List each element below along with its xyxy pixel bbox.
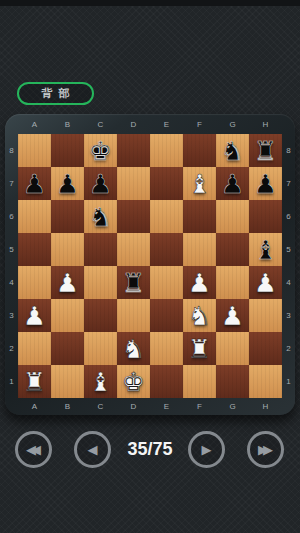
square-h4[interactable]: ♟	[249, 266, 282, 299]
file-label-d: D	[117, 114, 150, 134]
file-label-g: G	[216, 114, 249, 134]
back-button[interactable]: 背部	[17, 82, 94, 105]
file-label-e: E	[150, 114, 183, 134]
fast-forward-button[interactable]: ▶▶	[247, 431, 284, 468]
square-f7[interactable]: ♝	[183, 167, 216, 200]
square-e2[interactable]	[150, 332, 183, 365]
piece-black-pawn-h7: ♟	[254, 171, 277, 197]
square-a8[interactable]	[18, 134, 51, 167]
square-c8[interactable]: ♚	[84, 134, 117, 167]
rank-label-8: 8	[5, 134, 18, 167]
square-h1[interactable]	[249, 365, 282, 398]
square-c1[interactable]: ♝	[84, 365, 117, 398]
fast-forward-icon: ▶▶	[263, 442, 268, 457]
rewind-to-start-button[interactable]: ◀◀	[15, 431, 52, 468]
piece-white-pawn-g3: ♟	[221, 303, 244, 329]
piece-white-king-d1: ♚	[122, 369, 145, 395]
board-corner	[5, 398, 18, 414]
square-e8[interactable]	[150, 134, 183, 167]
square-a2[interactable]	[18, 332, 51, 365]
rank-label-2: 2	[5, 332, 18, 365]
square-f3[interactable]: ♞	[183, 299, 216, 332]
square-d3[interactable]	[117, 299, 150, 332]
square-f6[interactable]	[183, 200, 216, 233]
step-back-button[interactable]: ◀	[74, 431, 111, 468]
square-b5[interactable]	[51, 233, 84, 266]
piece-white-bishop-c1: ♝	[89, 369, 112, 395]
square-f1[interactable]	[183, 365, 216, 398]
square-g3[interactable]: ♟	[216, 299, 249, 332]
piece-black-king-c8: ♚	[89, 138, 112, 164]
move-counter: 35/75	[110, 439, 190, 460]
rank-label-right-1: 1	[282, 365, 295, 398]
square-h8[interactable]: ♜	[249, 134, 282, 167]
square-b6[interactable]	[51, 200, 84, 233]
rank-label-right-6: 6	[282, 200, 295, 233]
board-corner	[5, 114, 18, 134]
square-e1[interactable]	[150, 365, 183, 398]
square-h6[interactable]	[249, 200, 282, 233]
square-e3[interactable]	[150, 299, 183, 332]
square-e5[interactable]	[150, 233, 183, 266]
piece-black-pawn-c7: ♟	[89, 171, 112, 197]
square-b8[interactable]	[51, 134, 84, 167]
square-g6[interactable]	[216, 200, 249, 233]
square-h7[interactable]: ♟	[249, 167, 282, 200]
chess-board: ABCDEFGH8♚♞♜87♟♟♟♝♟♟76♞65♝54♟♜♟♟43♟♞♟32♞…	[5, 114, 295, 415]
piece-black-knight-g8: ♞	[221, 138, 244, 164]
square-d5[interactable]	[117, 233, 150, 266]
square-c2[interactable]	[84, 332, 117, 365]
square-c5[interactable]	[84, 233, 117, 266]
file-label-c: C	[84, 114, 117, 134]
square-b1[interactable]	[51, 365, 84, 398]
file-label-e: E	[150, 398, 183, 414]
rank-label-6: 6	[5, 200, 18, 233]
square-c6[interactable]: ♞	[84, 200, 117, 233]
rank-label-right-2: 2	[282, 332, 295, 365]
piece-white-rook-a1: ♜	[23, 369, 46, 395]
piece-white-rook-f2: ♜	[188, 336, 211, 362]
square-e4[interactable]	[150, 266, 183, 299]
piece-black-knight-c6: ♞	[89, 204, 112, 230]
piece-white-pawn-h4: ♟	[254, 270, 277, 296]
board-grid: ABCDEFGH8♚♞♜87♟♟♟♝♟♟76♞65♝54♟♜♟♟43♟♞♟32♞…	[5, 114, 295, 414]
square-f5[interactable]	[183, 233, 216, 266]
square-g1[interactable]	[216, 365, 249, 398]
square-g8[interactable]: ♞	[216, 134, 249, 167]
file-label-h: H	[249, 398, 282, 414]
piece-black-rook-d4: ♜	[122, 270, 145, 296]
piece-white-bishop-f7: ♝	[188, 171, 211, 197]
rank-label-3: 3	[5, 299, 18, 332]
rank-label-right-7: 7	[282, 167, 295, 200]
square-d2[interactable]: ♞	[117, 332, 150, 365]
rank-label-4: 4	[5, 266, 18, 299]
square-a3[interactable]: ♟	[18, 299, 51, 332]
piece-white-knight-d2: ♞	[122, 336, 145, 362]
square-a1[interactable]: ♜	[18, 365, 51, 398]
file-label-d: D	[117, 398, 150, 414]
square-b3[interactable]	[51, 299, 84, 332]
rank-label-right-4: 4	[282, 266, 295, 299]
square-e7[interactable]	[150, 167, 183, 200]
step-forward-button[interactable]: ▶	[188, 431, 225, 468]
square-g5[interactable]	[216, 233, 249, 266]
file-label-h: H	[249, 114, 282, 134]
step-forward-icon: ▶	[202, 442, 212, 457]
square-d8[interactable]	[117, 134, 150, 167]
square-f4[interactable]: ♟	[183, 266, 216, 299]
square-b4[interactable]: ♟	[51, 266, 84, 299]
square-g4[interactable]	[216, 266, 249, 299]
square-h5[interactable]: ♝	[249, 233, 282, 266]
piece-white-pawn-f4: ♟	[188, 270, 211, 296]
square-g7[interactable]: ♟	[216, 167, 249, 200]
square-c4[interactable]	[84, 266, 117, 299]
square-h3[interactable]	[249, 299, 282, 332]
file-label-a: A	[18, 398, 51, 414]
piece-white-knight-f3: ♞	[188, 303, 211, 329]
rank-label-7: 7	[5, 167, 18, 200]
square-d6[interactable]	[117, 200, 150, 233]
square-g2[interactable]	[216, 332, 249, 365]
file-label-c: C	[84, 398, 117, 414]
square-a7[interactable]: ♟	[18, 167, 51, 200]
square-d1[interactable]: ♚	[117, 365, 150, 398]
square-h2[interactable]	[249, 332, 282, 365]
square-e6[interactable]	[150, 200, 183, 233]
square-d4[interactable]: ♜	[117, 266, 150, 299]
rank-label-right-5: 5	[282, 233, 295, 266]
file-label-b: B	[51, 114, 84, 134]
square-f2[interactable]: ♜	[183, 332, 216, 365]
square-c3[interactable]	[84, 299, 117, 332]
square-b2[interactable]	[51, 332, 84, 365]
rewind-icon: ◀◀	[31, 442, 36, 457]
square-f8[interactable]	[183, 134, 216, 167]
file-label-a: A	[18, 114, 51, 134]
app-screen: 背部 ABCDEFGH8♚♞♜87♟♟♟♝♟♟76♞65♝54♟♜♟♟43♟♞♟…	[0, 0, 300, 533]
square-a6[interactable]	[18, 200, 51, 233]
rank-label-right-3: 3	[282, 299, 295, 332]
rank-label-right-8: 8	[282, 134, 295, 167]
file-label-f: F	[183, 114, 216, 134]
piece-black-bishop-h5: ♝	[254, 237, 277, 263]
piece-black-rook-h8: ♜	[254, 138, 277, 164]
piece-black-pawn-a7: ♟	[23, 171, 46, 197]
rank-label-1: 1	[5, 365, 18, 398]
square-c7[interactable]: ♟	[84, 167, 117, 200]
status-bar-strip	[0, 0, 300, 6]
piece-black-pawn-g7: ♟	[221, 171, 244, 197]
piece-white-pawn-b4: ♟	[56, 270, 79, 296]
square-b7[interactable]: ♟	[51, 167, 84, 200]
square-a5[interactable]	[18, 233, 51, 266]
piece-white-pawn-a3: ♟	[23, 303, 46, 329]
file-label-f: F	[183, 398, 216, 414]
piece-black-pawn-b7: ♟	[56, 171, 79, 197]
square-a4[interactable]	[18, 266, 51, 299]
square-d7[interactable]	[117, 167, 150, 200]
board-corner	[282, 114, 295, 134]
step-back-icon: ◀	[88, 442, 98, 457]
back-button-label: 背部	[36, 86, 76, 101]
board-corner	[282, 398, 295, 414]
file-label-b: B	[51, 398, 84, 414]
rank-label-5: 5	[5, 233, 18, 266]
file-label-g: G	[216, 398, 249, 414]
